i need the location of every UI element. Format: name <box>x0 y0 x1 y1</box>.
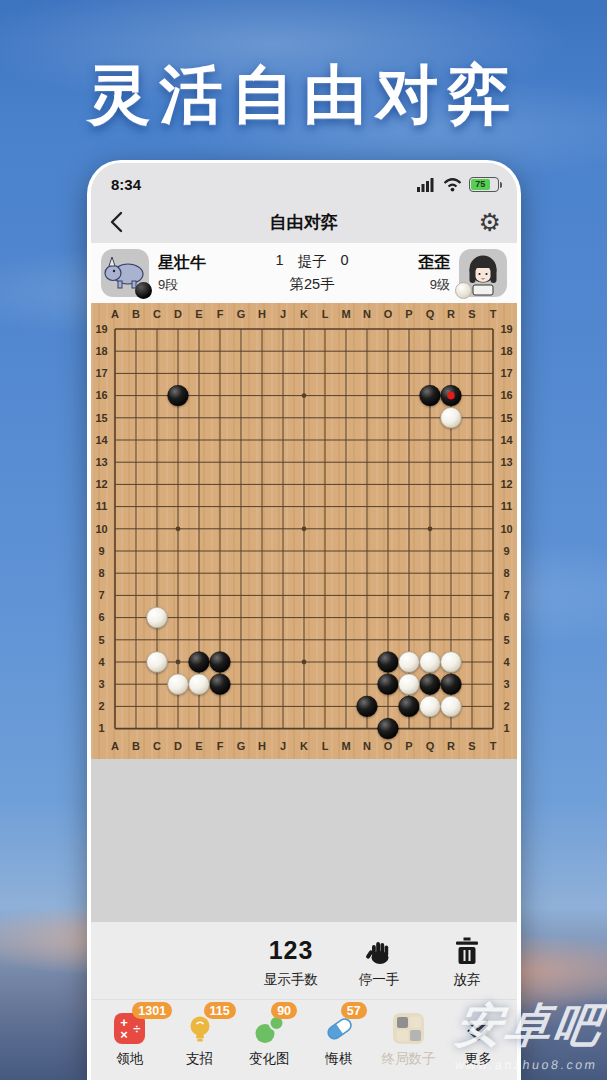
white-player-rank: 9级 <box>430 276 450 294</box>
svg-text:4: 4 <box>98 656 105 668</box>
svg-text:3: 3 <box>503 678 509 690</box>
svg-text:12: 12 <box>95 478 107 490</box>
battery-indicator: 75 <box>469 177 499 192</box>
svg-text:S: S <box>468 308 475 320</box>
svg-text:K: K <box>300 740 308 752</box>
svg-text:18: 18 <box>500 345 512 357</box>
svg-text:K: K <box>300 308 308 320</box>
trash-icon <box>454 937 480 965</box>
svg-text:Q: Q <box>426 308 435 320</box>
hint-button[interactable]: 115 支招 <box>165 1012 235 1068</box>
svg-text:D: D <box>174 740 182 752</box>
player-panel: 星壮牛 9段 1 提子 0 第25手 歪歪 9级 <box>91 243 517 303</box>
nav-bar: 自由对弈 ⚙ <box>91 201 517 243</box>
svg-text:13: 13 <box>95 456 107 468</box>
signal-icon <box>417 177 436 192</box>
settings-gear-icon[interactable]: ⚙ <box>479 210 501 235</box>
svg-text:7: 7 <box>503 589 509 601</box>
screenshot-root: 灵活自由对弈 8:34 <box>0 0 607 1080</box>
empty-area <box>91 759 517 922</box>
svg-text:F: F <box>217 740 224 752</box>
white-player-name: 歪歪 <box>418 253 450 274</box>
resign-button[interactable]: 放弃 <box>431 933 503 989</box>
toolbar-top: 123 显示手数 停一手 <box>91 922 517 1000</box>
svg-text:6: 6 <box>98 611 104 623</box>
svg-text:10: 10 <box>95 523 107 535</box>
svg-text:14: 14 <box>95 434 108 446</box>
show-move-numbers-button[interactable]: 123 显示手数 <box>255 933 327 989</box>
hint-badge: 115 <box>204 1002 236 1019</box>
svg-text:19: 19 <box>95 323 107 335</box>
svg-text:15: 15 <box>95 412 107 424</box>
svg-text:L: L <box>322 740 329 752</box>
svg-text:J: J <box>280 740 286 752</box>
svg-text:N: N <box>363 308 371 320</box>
territory-badge: 1301 <box>132 1002 172 1019</box>
svg-text:C: C <box>153 308 161 320</box>
black-player-avatar <box>101 249 149 297</box>
svg-text:13: 13 <box>500 456 512 468</box>
svg-text:L: L <box>322 308 329 320</box>
svg-text:1: 1 <box>503 722 509 734</box>
svg-text:8: 8 <box>98 567 104 579</box>
count-grid-icon <box>393 1013 424 1044</box>
black-stone-badge <box>135 282 152 299</box>
move-numbers-icon: 123 <box>269 935 314 965</box>
svg-text:8: 8 <box>503 567 509 579</box>
svg-text:9: 9 <box>98 545 104 557</box>
page-title: 自由对弈 <box>129 211 479 234</box>
white-player-avatar <box>459 249 507 297</box>
svg-text:D: D <box>174 308 182 320</box>
black-player-name: 星壮牛 <box>158 253 206 274</box>
svg-text:H: H <box>258 740 266 752</box>
go-board[interactable]: AABBCCDDEEFFGGHHJJKKLLMMNNOOPPQQRRSSTT11… <box>91 303 517 759</box>
svg-text:N: N <box>363 740 371 752</box>
svg-text:11: 11 <box>96 500 108 512</box>
svg-text:7: 7 <box>98 589 104 601</box>
svg-text:11: 11 <box>501 500 513 512</box>
svg-text:4: 4 <box>503 656 510 668</box>
back-icon[interactable] <box>107 210 129 234</box>
svg-text:O: O <box>384 740 393 752</box>
svg-text:1: 1 <box>98 722 104 734</box>
svg-text:Q: Q <box>426 740 435 752</box>
svg-text:17: 17 <box>95 367 107 379</box>
svg-text:M: M <box>341 308 350 320</box>
variation-badge: 90 <box>271 1002 297 1019</box>
score-count-button-disabled: 终局数子 <box>374 1012 444 1068</box>
svg-text:S: S <box>468 740 475 752</box>
svg-text:18: 18 <box>95 345 107 357</box>
svg-text:16: 16 <box>95 389 107 401</box>
svg-text:5: 5 <box>503 634 509 646</box>
undo-button[interactable]: 57 悔棋 <box>304 1012 374 1068</box>
svg-text:E: E <box>195 308 202 320</box>
double-chevron-down-icon <box>465 1020 491 1044</box>
svg-text:17: 17 <box>500 367 512 379</box>
svg-text:F: F <box>217 308 224 320</box>
white-captures: 0 <box>341 252 349 271</box>
svg-text:5: 5 <box>98 634 104 646</box>
svg-text:3: 3 <box>98 678 104 690</box>
svg-text:R: R <box>447 740 455 752</box>
captures-label: 提子 <box>298 252 327 271</box>
svg-text:6: 6 <box>503 611 509 623</box>
svg-text:2: 2 <box>98 700 104 712</box>
svg-text:P: P <box>405 740 412 752</box>
hand-icon <box>365 937 393 965</box>
svg-text:P: P <box>405 308 412 320</box>
more-button[interactable]: 更多 <box>443 1012 513 1068</box>
svg-text:B: B <box>132 740 140 752</box>
svg-text:16: 16 <box>500 389 512 401</box>
battery-nub <box>500 182 503 188</box>
svg-text:O: O <box>384 308 393 320</box>
battery-percent: 75 <box>471 179 490 190</box>
svg-text:E: E <box>195 740 202 752</box>
svg-text:R: R <box>447 308 455 320</box>
territory-button[interactable]: +×÷ 1301 领地 <box>95 1012 165 1068</box>
svg-text:H: H <box>258 308 266 320</box>
toolbar-bottom: +×÷ 1301 领地 115 <box>91 1000 517 1080</box>
svg-text:14: 14 <box>500 434 513 446</box>
phone-mockup: 8:34 75 <box>87 160 521 1080</box>
hero-title: 灵活自由对弈 <box>0 52 607 138</box>
black-captures: 1 <box>275 252 283 271</box>
svg-text:10: 10 <box>500 523 512 535</box>
svg-text:M: M <box>341 740 350 752</box>
capture-count: 1 提子 0 <box>275 252 348 271</box>
move-number: 第25手 <box>289 275 334 294</box>
svg-text:2: 2 <box>503 700 509 712</box>
svg-text:G: G <box>237 308 246 320</box>
svg-text:C: C <box>153 740 161 752</box>
white-stone-badge <box>455 282 472 299</box>
svg-text:T: T <box>490 740 497 752</box>
clock: 8:34 <box>111 176 417 193</box>
pass-button[interactable]: 停一手 <box>343 933 415 989</box>
wifi-icon <box>443 177 462 192</box>
svg-text:12: 12 <box>500 478 512 490</box>
svg-text:J: J <box>280 308 286 320</box>
svg-text:19: 19 <box>500 323 512 335</box>
undo-badge: 57 <box>341 1002 367 1019</box>
black-player-rank: 9段 <box>158 276 206 294</box>
status-bar: 8:34 75 <box>91 163 517 201</box>
go-board-svg[interactable]: AABBCCDDEEFFGGHHJJKKLLMMNNOOPPQQRRSSTT11… <box>91 303 517 759</box>
svg-text:9: 9 <box>503 545 509 557</box>
svg-text:G: G <box>237 740 246 752</box>
svg-text:B: B <box>132 308 140 320</box>
variation-button[interactable]: 90 变化图 <box>234 1012 304 1068</box>
svg-text:T: T <box>490 308 497 320</box>
svg-text:A: A <box>111 740 119 752</box>
svg-text:A: A <box>111 308 119 320</box>
svg-text:15: 15 <box>500 412 512 424</box>
app-screen: 8:34 75 <box>91 163 517 1080</box>
